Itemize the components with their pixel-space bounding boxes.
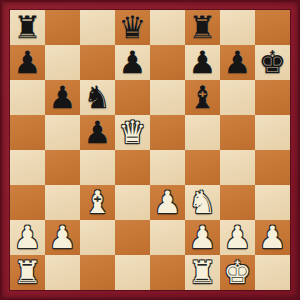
square-a1[interactable]: ♜ (10, 255, 45, 290)
square-g3[interactable] (220, 185, 255, 220)
square-b6[interactable]: ♟ (45, 80, 80, 115)
square-f6[interactable]: ♝ (185, 80, 220, 115)
square-b2[interactable]: ♟ (45, 220, 80, 255)
square-e6[interactable] (150, 80, 185, 115)
board-frame: ♜♛♜♟♟♟♟♚♟♞♝♟♛♝♟♞♟♟♟♟♟♜♜♚ (0, 0, 300, 300)
white-pawn[interactable]: ♟ (150, 185, 185, 220)
black-king[interactable]: ♚ (255, 45, 290, 80)
square-d8[interactable]: ♛ (115, 10, 150, 45)
square-e8[interactable] (150, 10, 185, 45)
square-d3[interactable] (115, 185, 150, 220)
square-f1[interactable]: ♜ (185, 255, 220, 290)
square-b7[interactable] (45, 45, 80, 80)
square-a6[interactable] (10, 80, 45, 115)
square-b3[interactable] (45, 185, 80, 220)
white-king[interactable]: ♚ (220, 255, 255, 290)
black-pawn[interactable]: ♟ (80, 115, 115, 150)
white-queen[interactable]: ♛ (115, 115, 150, 150)
square-d6[interactable] (115, 80, 150, 115)
square-h4[interactable] (255, 150, 290, 185)
square-g2[interactable]: ♟ (220, 220, 255, 255)
square-c7[interactable] (80, 45, 115, 80)
square-a5[interactable] (10, 115, 45, 150)
square-b5[interactable] (45, 115, 80, 150)
square-h1[interactable] (255, 255, 290, 290)
square-e2[interactable] (150, 220, 185, 255)
square-g5[interactable] (220, 115, 255, 150)
square-e4[interactable] (150, 150, 185, 185)
square-f4[interactable] (185, 150, 220, 185)
square-d2[interactable] (115, 220, 150, 255)
square-e7[interactable] (150, 45, 185, 80)
square-a8[interactable]: ♜ (10, 10, 45, 45)
square-h2[interactable]: ♟ (255, 220, 290, 255)
square-h6[interactable] (255, 80, 290, 115)
square-d5[interactable]: ♛ (115, 115, 150, 150)
square-d7[interactable]: ♟ (115, 45, 150, 80)
square-d4[interactable] (115, 150, 150, 185)
square-f7[interactable]: ♟ (185, 45, 220, 80)
black-pawn[interactable]: ♟ (115, 45, 150, 80)
square-h5[interactable] (255, 115, 290, 150)
white-pawn[interactable]: ♟ (255, 220, 290, 255)
black-pawn[interactable]: ♟ (45, 80, 80, 115)
black-rook[interactable]: ♜ (185, 10, 220, 45)
white-knight[interactable]: ♞ (185, 185, 220, 220)
white-pawn[interactable]: ♟ (220, 220, 255, 255)
square-e3[interactable]: ♟ (150, 185, 185, 220)
white-pawn[interactable]: ♟ (10, 220, 45, 255)
black-rook[interactable]: ♜ (10, 10, 45, 45)
square-e1[interactable] (150, 255, 185, 290)
square-a7[interactable]: ♟ (10, 45, 45, 80)
black-pawn[interactable]: ♟ (220, 45, 255, 80)
white-pawn[interactable]: ♟ (185, 220, 220, 255)
square-f5[interactable] (185, 115, 220, 150)
square-a2[interactable]: ♟ (10, 220, 45, 255)
square-f3[interactable]: ♞ (185, 185, 220, 220)
square-c4[interactable] (80, 150, 115, 185)
square-g1[interactable]: ♚ (220, 255, 255, 290)
square-g7[interactable]: ♟ (220, 45, 255, 80)
square-c5[interactable]: ♟ (80, 115, 115, 150)
square-e5[interactable] (150, 115, 185, 150)
square-f2[interactable]: ♟ (185, 220, 220, 255)
white-bishop[interactable]: ♝ (80, 185, 115, 220)
square-c8[interactable] (80, 10, 115, 45)
square-d1[interactable] (115, 255, 150, 290)
chess-board: ♜♛♜♟♟♟♟♚♟♞♝♟♛♝♟♞♟♟♟♟♟♜♜♚ (10, 10, 290, 290)
square-h3[interactable] (255, 185, 290, 220)
square-f8[interactable]: ♜ (185, 10, 220, 45)
square-h7[interactable]: ♚ (255, 45, 290, 80)
square-h8[interactable] (255, 10, 290, 45)
black-pawn[interactable]: ♟ (185, 45, 220, 80)
square-c2[interactable] (80, 220, 115, 255)
square-g8[interactable] (220, 10, 255, 45)
white-rook[interactable]: ♜ (10, 255, 45, 290)
black-bishop[interactable]: ♝ (185, 80, 220, 115)
white-rook[interactable]: ♜ (185, 255, 220, 290)
square-b8[interactable] (45, 10, 80, 45)
square-a4[interactable] (10, 150, 45, 185)
square-c1[interactable] (80, 255, 115, 290)
square-c3[interactable]: ♝ (80, 185, 115, 220)
square-b4[interactable] (45, 150, 80, 185)
square-b1[interactable] (45, 255, 80, 290)
black-knight[interactable]: ♞ (80, 80, 115, 115)
black-pawn[interactable]: ♟ (10, 45, 45, 80)
square-a3[interactable] (10, 185, 45, 220)
white-pawn[interactable]: ♟ (45, 220, 80, 255)
square-g4[interactable] (220, 150, 255, 185)
square-c6[interactable]: ♞ (80, 80, 115, 115)
black-queen[interactable]: ♛ (115, 10, 150, 45)
square-g6[interactable] (220, 80, 255, 115)
